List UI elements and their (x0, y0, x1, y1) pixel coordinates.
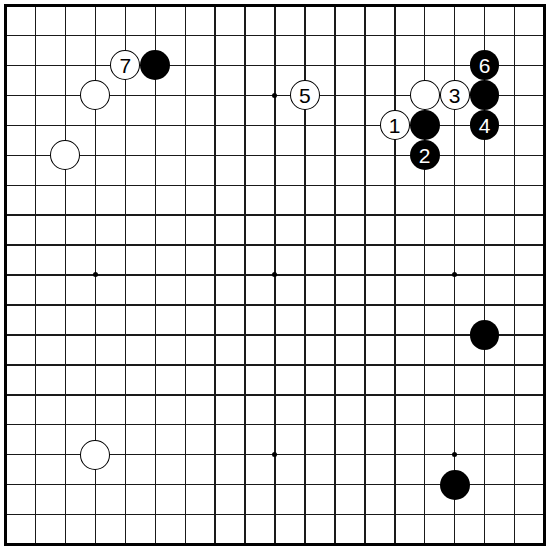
stone-white (410, 80, 440, 110)
star-point-dot (272, 272, 277, 277)
stone-white (80, 80, 110, 110)
stone-white-move-7: 7 (110, 50, 140, 80)
stone-black-move-6: 6 (470, 50, 500, 80)
stone-black-move-2: 2 (410, 140, 440, 170)
stone-black-move-4: 4 (470, 110, 500, 140)
board-point (80, 440, 110, 470)
board-point: 5 (290, 80, 320, 110)
stone-white (80, 440, 110, 470)
star-point-dot (452, 272, 457, 277)
stone-black (140, 50, 170, 80)
stone-white-move-1: 1 (380, 110, 410, 140)
star-point-dot (272, 452, 277, 457)
star-point (440, 440, 470, 470)
stone-black (440, 470, 470, 500)
board-grid: 7536142 (0, 0, 550, 552)
stone-white-move-3: 3 (440, 80, 470, 110)
stone-move-number: 2 (419, 144, 431, 165)
star-point (260, 80, 290, 110)
stone-move-number: 1 (389, 114, 401, 135)
stone-move-number: 3 (449, 84, 461, 105)
board-point: 7 (110, 50, 140, 80)
stone-white (50, 140, 80, 170)
board-point: 2 (410, 140, 440, 170)
board-point: 1 (380, 110, 410, 140)
stone-white-move-5: 5 (290, 80, 320, 110)
board-point (50, 140, 80, 170)
board-point: 4 (470, 110, 500, 140)
board-point: 6 (470, 50, 500, 80)
board-point (80, 80, 110, 110)
star-point (260, 440, 290, 470)
star-point (440, 260, 470, 290)
go-board-diagram: 7536142 (0, 0, 550, 552)
star-point (80, 260, 110, 290)
stone-black (470, 320, 500, 350)
star-point-dot (93, 272, 98, 277)
star-point-dot (272, 93, 277, 98)
board-point (410, 110, 440, 140)
board-point (410, 80, 440, 110)
stone-move-number: 4 (479, 114, 491, 135)
board-point (470, 320, 500, 350)
board-point (140, 50, 170, 80)
stone-move-number: 7 (119, 54, 131, 75)
star-point-dot (452, 452, 457, 457)
stone-black (470, 80, 500, 110)
star-point (260, 260, 290, 290)
board-point (440, 470, 470, 500)
stone-move-number: 6 (479, 54, 491, 75)
board-point: 3 (440, 80, 470, 110)
stone-move-number: 5 (299, 84, 311, 105)
board-point (470, 80, 500, 110)
stone-black (410, 110, 440, 140)
